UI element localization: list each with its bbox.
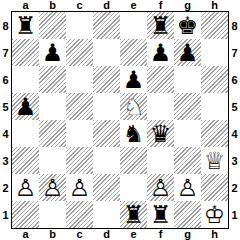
- file-label-f: f: [147, 229, 174, 240]
- white-piece-outline: ♕: [201, 147, 228, 174]
- file-label-b: b: [39, 229, 66, 240]
- square-f7[interactable]: ♟: [147, 39, 174, 66]
- square-g5[interactable]: [174, 93, 201, 120]
- file-label-g: g: [174, 229, 201, 240]
- square-b4[interactable]: [39, 120, 66, 147]
- rank-label-2: 2: [229, 174, 240, 201]
- square-g3[interactable]: [174, 147, 201, 174]
- piece-white-pawn[interactable]: ♟♙: [12, 174, 39, 201]
- square-f2[interactable]: ♟♙: [147, 174, 174, 201]
- square-a3[interactable]: [12, 147, 39, 174]
- square-g7[interactable]: ♟: [174, 39, 201, 66]
- file-label-d: d: [93, 229, 120, 240]
- piece-black-rook[interactable]: ♜: [12, 12, 39, 39]
- file-label-c: c: [66, 229, 93, 240]
- square-d5[interactable]: [93, 93, 120, 120]
- file-label-g: g: [174, 0, 201, 11]
- file-label-h: h: [201, 229, 228, 240]
- piece-black-pawn[interactable]: ♟: [39, 39, 66, 66]
- piece-black-queen[interactable]: ♛: [147, 120, 174, 147]
- rank-label-3: 3: [0, 147, 11, 174]
- square-a4[interactable]: [12, 120, 39, 147]
- square-c2[interactable]: ♟♙: [66, 174, 93, 201]
- square-f6[interactable]: [147, 66, 174, 93]
- square-e1[interactable]: ♜: [120, 201, 147, 228]
- file-label-c: c: [66, 0, 93, 11]
- file-label-h: h: [201, 0, 228, 11]
- square-a2[interactable]: ♟♙: [12, 174, 39, 201]
- piece-white-pawn[interactable]: ♟♙: [147, 174, 174, 201]
- white-piece-outline: ♘: [120, 93, 147, 120]
- square-e4[interactable]: ♞: [120, 120, 147, 147]
- square-d3[interactable]: [93, 147, 120, 174]
- rank-label-2: 2: [0, 174, 11, 201]
- square-g2[interactable]: ♟♙: [174, 174, 201, 201]
- piece-black-rook[interactable]: ♜: [120, 201, 147, 228]
- square-f3[interactable]: [147, 147, 174, 174]
- square-e2[interactable]: [120, 174, 147, 201]
- square-a1[interactable]: [12, 201, 39, 228]
- rank-label-5: 5: [229, 93, 240, 120]
- square-e3[interactable]: [120, 147, 147, 174]
- rank-label-5: 5: [0, 93, 11, 120]
- square-b7[interactable]: ♟: [39, 39, 66, 66]
- square-h5[interactable]: [201, 93, 228, 120]
- square-d8[interactable]: [93, 12, 120, 39]
- square-f8[interactable]: ♜: [147, 12, 174, 39]
- square-h7[interactable]: [201, 39, 228, 66]
- file-label-a: a: [12, 0, 39, 11]
- square-f1[interactable]: ♜: [147, 201, 174, 228]
- piece-black-rook[interactable]: ♜: [147, 12, 174, 39]
- square-c8[interactable]: [66, 12, 93, 39]
- piece-black-pawn[interactable]: ♟: [147, 39, 174, 66]
- square-b6[interactable]: [39, 66, 66, 93]
- rank-label-1: 1: [0, 201, 11, 228]
- square-g6[interactable]: [174, 66, 201, 93]
- piece-black-knight[interactable]: ♞: [120, 120, 147, 147]
- rank-label-8: 8: [229, 12, 240, 39]
- piece-black-pawn[interactable]: ♟: [12, 93, 39, 120]
- square-b8[interactable]: [39, 12, 66, 39]
- square-a7[interactable]: [12, 39, 39, 66]
- file-label-e: e: [120, 229, 147, 240]
- chess-diagram: abcdefgh 87654321 ♜♜♚♟♟♟♟♟♞♘♞♛♛♕♟♙♟♙♟♙♟♙…: [0, 0, 240, 240]
- rank-label-6: 6: [229, 66, 240, 93]
- file-label-e: e: [120, 0, 147, 11]
- file-label-d: d: [93, 0, 120, 11]
- square-a8[interactable]: ♜: [12, 12, 39, 39]
- square-f5[interactable]: [147, 93, 174, 120]
- square-g8[interactable]: ♚: [174, 12, 201, 39]
- file-labels-top: abcdefgh: [12, 0, 228, 11]
- square-c6[interactable]: [66, 66, 93, 93]
- piece-white-king[interactable]: ♚♔: [201, 201, 228, 228]
- square-h4[interactable]: [201, 120, 228, 147]
- rank-label-4: 4: [229, 120, 240, 147]
- square-d4[interactable]: [93, 120, 120, 147]
- square-b5[interactable]: [39, 93, 66, 120]
- square-d6[interactable]: [93, 66, 120, 93]
- square-h1[interactable]: ♚♔: [201, 201, 228, 228]
- rank-label-4: 4: [0, 120, 11, 147]
- square-e6[interactable]: ♟: [120, 66, 147, 93]
- piece-white-queen[interactable]: ♛♕: [201, 147, 228, 174]
- square-a5[interactable]: ♟: [12, 93, 39, 120]
- rank-label-7: 7: [0, 39, 11, 66]
- square-d7[interactable]: [93, 39, 120, 66]
- rank-label-7: 7: [229, 39, 240, 66]
- square-d2[interactable]: [93, 174, 120, 201]
- white-piece-outline: ♙: [66, 174, 93, 201]
- square-h2[interactable]: [201, 174, 228, 201]
- square-g4[interactable]: [174, 120, 201, 147]
- rank-labels-left: 87654321: [0, 12, 11, 228]
- square-e5[interactable]: ♞♘: [120, 93, 147, 120]
- file-label-b: b: [39, 0, 66, 11]
- file-labels-bottom: abcdefgh: [12, 229, 228, 240]
- white-piece-outline: ♙: [12, 174, 39, 201]
- rank-label-1: 1: [229, 201, 240, 228]
- file-label-a: a: [12, 229, 39, 240]
- piece-black-king[interactable]: ♚: [174, 12, 201, 39]
- piece-black-pawn[interactable]: ♟: [174, 39, 201, 66]
- piece-white-pawn[interactable]: ♟♙: [39, 174, 66, 201]
- square-g1[interactable]: [174, 201, 201, 228]
- board: ♜♜♚♟♟♟♟♟♞♘♞♛♛♕♟♙♟♙♟♙♟♙♟♙♜♜♚♔: [11, 11, 229, 229]
- square-h8[interactable]: [201, 12, 228, 39]
- square-e7[interactable]: [120, 39, 147, 66]
- rank-label-3: 3: [229, 147, 240, 174]
- square-b1[interactable]: [39, 201, 66, 228]
- rank-label-6: 6: [0, 66, 11, 93]
- rank-label-8: 8: [0, 12, 11, 39]
- white-piece-outline: ♔: [201, 201, 228, 228]
- piece-black-pawn[interactable]: ♟: [120, 66, 147, 93]
- piece-white-knight[interactable]: ♞♘: [120, 93, 147, 120]
- piece-white-pawn[interactable]: ♟♙: [174, 174, 201, 201]
- square-b3[interactable]: [39, 147, 66, 174]
- square-d1[interactable]: [93, 201, 120, 228]
- white-piece-outline: ♙: [174, 174, 201, 201]
- piece-black-rook[interactable]: ♜: [147, 201, 174, 228]
- square-c4[interactable]: [66, 120, 93, 147]
- square-c5[interactable]: [66, 93, 93, 120]
- square-c3[interactable]: [66, 147, 93, 174]
- square-c1[interactable]: [66, 201, 93, 228]
- square-h6[interactable]: [201, 66, 228, 93]
- square-b2[interactable]: ♟♙: [39, 174, 66, 201]
- file-label-f: f: [147, 0, 174, 11]
- square-e8[interactable]: [120, 12, 147, 39]
- square-h3[interactable]: ♛♕: [201, 147, 228, 174]
- piece-white-pawn[interactable]: ♟♙: [66, 174, 93, 201]
- rank-labels-right: 87654321: [229, 12, 240, 228]
- white-piece-outline: ♙: [147, 174, 174, 201]
- square-f4[interactable]: ♛: [147, 120, 174, 147]
- square-a6[interactable]: [12, 66, 39, 93]
- white-piece-outline: ♙: [39, 174, 66, 201]
- square-c7[interactable]: [66, 39, 93, 66]
